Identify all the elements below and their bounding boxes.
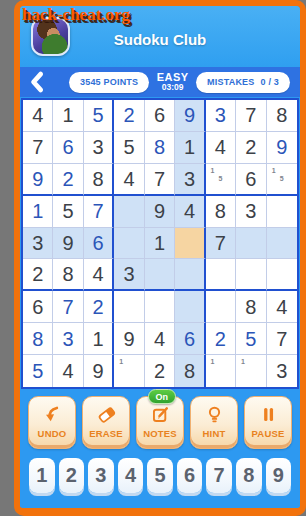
cell-r7c9[interactable]: 4 — [267, 291, 297, 323]
numpad-key-3[interactable]: 3 — [88, 458, 114, 493]
cell-r8c8[interactable]: 5 — [236, 323, 266, 355]
mistakes-value: 0 / 3 — [260, 77, 279, 87]
cell-r3c1[interactable]: 9 — [23, 164, 53, 196]
numpad: 123456789 — [20, 458, 300, 493]
cell-r5c8[interactable] — [236, 228, 266, 260]
hint-label: HINT — [203, 428, 226, 439]
cell-r5c7[interactable]: 7 — [206, 228, 236, 260]
back-button[interactable] — [28, 70, 47, 94]
points-label: 3545 POINTS — [80, 77, 138, 87]
page-title: Sudoku Club — [20, 31, 300, 48]
cell-r4c1[interactable]: 1 — [23, 196, 53, 228]
cell-r4c8[interactable]: 3 — [236, 196, 266, 228]
cell-r7c7[interactable] — [206, 291, 236, 323]
numpad-key-1[interactable]: 1 — [29, 458, 55, 493]
cell-r5c4[interactable] — [114, 228, 144, 260]
cell-r4c4[interactable] — [114, 196, 144, 228]
mistakes-label: MISTAKES — [207, 77, 254, 87]
notes-button[interactable]: On NOTES — [136, 396, 184, 449]
cell-r1c7[interactable]: 3 — [206, 100, 236, 132]
cell-r2c4[interactable]: 5 — [114, 132, 144, 164]
cell-r1c1[interactable]: 4 — [23, 100, 53, 132]
cell-r4c3[interactable]: 7 — [84, 196, 114, 228]
cell-r2c9[interactable]: 9 — [267, 132, 297, 164]
numpad-key-7[interactable]: 7 — [206, 458, 232, 493]
cell-r2c3[interactable]: 3 — [84, 132, 114, 164]
cell-r1c3[interactable]: 5 — [84, 100, 114, 132]
cell-r4c9[interactable] — [267, 196, 297, 228]
cell-r9c1[interactable]: 5 — [23, 355, 53, 387]
cell-r7c1[interactable]: 6 — [23, 291, 53, 323]
cell-r9c5[interactable]: 2 — [145, 355, 175, 387]
cell-r1c9[interactable]: 8 — [267, 100, 297, 132]
note-digit: 1 — [209, 358, 217, 365]
cell-r6c6[interactable] — [175, 259, 205, 291]
app-window: hack-cheat.org Sudoku Club 3545 POINTS E… — [14, 0, 306, 516]
undo-arrow-icon — [42, 404, 63, 425]
pause-label: PAUSE — [251, 428, 284, 439]
cell-r3c5[interactable]: 7 — [145, 164, 175, 196]
cell-r4c5[interactable]: 9 — [145, 196, 175, 228]
note-digit: 1 — [270, 167, 278, 174]
header-bar: 3545 POINTS EASY 03:09 MISTAKES 0 / 3 — [20, 67, 300, 97]
cell-r8c2[interactable]: 3 — [53, 323, 83, 355]
cell-r8c7[interactable]: 2 — [206, 323, 236, 355]
hint-button[interactable]: HINT — [190, 396, 238, 449]
cell-r2c8[interactable]: 2 — [236, 132, 266, 164]
cell-r5c9[interactable] — [267, 228, 297, 260]
cell-r9c6[interactable]: 8 — [175, 355, 205, 387]
cell-r5c5[interactable]: 1 — [145, 228, 175, 260]
cell-r3c3[interactable]: 8 — [84, 164, 114, 196]
cell-r3c2[interactable]: 2 — [53, 164, 83, 196]
cell-r9c4[interactable]: 1 — [114, 355, 144, 387]
pause-icon — [258, 404, 279, 425]
cell-r9c9[interactable]: 3 — [267, 355, 297, 387]
cell-r3c8[interactable]: 6 — [236, 164, 266, 196]
cell-r7c5[interactable] — [145, 291, 175, 323]
numpad-key-6[interactable]: 6 — [177, 458, 203, 493]
cell-r5c2[interactable]: 9 — [53, 228, 83, 260]
cell-r6c2[interactable]: 8 — [53, 259, 83, 291]
numpad-key-2[interactable]: 2 — [59, 458, 85, 493]
cell-r9c8[interactable]: 1 — [236, 355, 266, 387]
cell-r1c4[interactable]: 2 — [114, 100, 144, 132]
cell-r1c5[interactable]: 6 — [145, 100, 175, 132]
note-digit: 1 — [209, 167, 217, 174]
points-badge: 3545 POINTS — [69, 72, 149, 93]
cell-r8c9[interactable]: 7 — [267, 323, 297, 355]
pencil-square-icon — [150, 404, 171, 425]
cell-r7c3[interactable]: 2 — [84, 291, 114, 323]
notes-on-badge: On — [148, 389, 177, 404]
notes-label: NOTES — [143, 428, 177, 439]
cell-r6c3[interactable]: 4 — [84, 259, 114, 291]
cell-r6c4[interactable]: 3 — [114, 259, 144, 291]
cell-r8c3[interactable]: 1 — [84, 323, 114, 355]
cell-r2c5[interactable]: 8 — [145, 132, 175, 164]
cell-r8c6[interactable]: 6 — [175, 323, 205, 355]
cell-r5c6[interactable] — [175, 228, 205, 260]
cell-r7c2[interactable]: 7 — [53, 291, 83, 323]
undo-label: UNDO — [38, 428, 67, 439]
note-digit: 1 — [239, 358, 247, 365]
cell-r2c2[interactable]: 6 — [53, 132, 83, 164]
cell-r2c6[interactable]: 1 — [175, 132, 205, 164]
eraser-icon — [96, 404, 117, 425]
note-digit: 1 — [117, 358, 125, 365]
cell-r5c3[interactable]: 6 — [84, 228, 114, 260]
numpad-key-4[interactable]: 4 — [118, 458, 144, 493]
erase-label: ERASE — [89, 428, 123, 439]
toolbar: UNDO ERASE On NOTES — [20, 396, 300, 449]
cell-r4c2[interactable]: 5 — [53, 196, 83, 228]
cell-r6c7[interactable] — [206, 259, 236, 291]
cell-r1c6[interactable]: 9 — [175, 100, 205, 132]
cell-r9c7[interactable]: 1 — [206, 355, 236, 387]
cell-r7c8[interactable]: 8 — [236, 291, 266, 323]
cell-r1c8[interactable]: 7 — [236, 100, 266, 132]
cell-r3c4[interactable]: 4 — [114, 164, 144, 196]
cell-r9c3[interactable]: 9 — [84, 355, 114, 387]
numpad-key-9[interactable]: 9 — [266, 458, 292, 493]
mistakes-badge: MISTAKES 0 / 3 — [196, 72, 290, 93]
cell-r8c4[interactable]: 9 — [114, 323, 144, 355]
cell-r6c1[interactable]: 2 — [23, 259, 53, 291]
cell-r6c5[interactable] — [145, 259, 175, 291]
cell-r7c6[interactable] — [175, 291, 205, 323]
undo-button[interactable]: UNDO — [28, 396, 76, 449]
numpad-key-5[interactable]: 5 — [147, 458, 173, 493]
difficulty-timer: EASY 03:09 — [155, 71, 190, 93]
cell-r8c5[interactable]: 4 — [145, 323, 175, 355]
cell-r7c4[interactable] — [114, 291, 144, 323]
cell-r1c2[interactable]: 1 — [53, 100, 83, 132]
sudoku-grid: 4152693787635814299284731561515794833961… — [21, 98, 299, 389]
cell-r8c1[interactable]: 8 — [23, 323, 53, 355]
note-digit: 5 — [278, 175, 286, 182]
cell-r6c9[interactable] — [267, 259, 297, 291]
cell-r4c6[interactable]: 4 — [175, 196, 205, 228]
cell-r2c7[interactable]: 4 — [206, 132, 236, 164]
watermark: hack-cheat.org — [22, 5, 130, 25]
cell-r2c1[interactable]: 7 — [23, 132, 53, 164]
numpad-key-8[interactable]: 8 — [236, 458, 262, 493]
cell-r6c8[interactable] — [236, 259, 266, 291]
cell-r5c1[interactable]: 3 — [23, 228, 53, 260]
lightbulb-icon — [204, 404, 225, 425]
pause-button[interactable]: PAUSE — [244, 396, 292, 449]
cell-r9c2[interactable]: 4 — [53, 355, 83, 387]
cell-r3c9[interactable]: 15 — [267, 164, 297, 196]
timer-value: 03:09 — [155, 83, 190, 93]
note-digit: 5 — [216, 175, 224, 182]
cell-r3c7[interactable]: 15 — [206, 164, 236, 196]
erase-button[interactable]: ERASE — [82, 396, 130, 449]
cell-r4c7[interactable]: 8 — [206, 196, 236, 228]
back-chevron-icon — [28, 70, 47, 94]
cell-r3c6[interactable]: 3 — [175, 164, 205, 196]
